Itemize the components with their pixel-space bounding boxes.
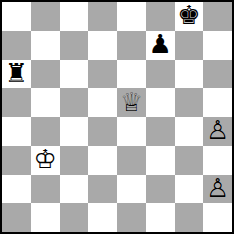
square-a8[interactable]	[2, 2, 31, 31]
square-d2[interactable]	[88, 175, 117, 204]
square-g3[interactable]	[175, 146, 204, 175]
square-h7[interactable]	[203, 31, 232, 60]
square-c3[interactable]	[60, 146, 89, 175]
square-b5[interactable]	[31, 88, 60, 117]
square-b2[interactable]	[31, 175, 60, 204]
square-b7[interactable]	[31, 31, 60, 60]
square-b3[interactable]: ♔	[31, 146, 60, 175]
square-a2[interactable]	[2, 175, 31, 204]
white-king-b3: ♔	[33, 146, 56, 172]
square-e8[interactable]	[117, 2, 146, 31]
square-a7[interactable]	[2, 31, 31, 60]
square-c6[interactable]	[60, 60, 89, 89]
square-e3[interactable]	[117, 146, 146, 175]
square-f7[interactable]: ♟	[146, 31, 175, 60]
square-d8[interactable]	[88, 2, 117, 31]
square-g6[interactable]	[175, 60, 204, 89]
black-king-g8: ♚	[177, 2, 200, 28]
square-b8[interactable]	[31, 2, 60, 31]
square-g2[interactable]	[175, 175, 204, 204]
square-d1[interactable]	[88, 203, 117, 232]
square-c8[interactable]	[60, 2, 89, 31]
square-b1[interactable]	[31, 203, 60, 232]
square-h5[interactable]	[203, 88, 232, 117]
square-e6[interactable]	[117, 60, 146, 89]
square-a3[interactable]	[2, 146, 31, 175]
square-g1[interactable]	[175, 203, 204, 232]
square-a1[interactable]	[2, 203, 31, 232]
square-c1[interactable]	[60, 203, 89, 232]
square-d7[interactable]	[88, 31, 117, 60]
square-g4[interactable]	[175, 117, 204, 146]
square-h2[interactable]: ♙	[203, 175, 232, 204]
square-g5[interactable]	[175, 88, 204, 117]
chess-board: ♚♟♜♕♙♔♙	[0, 0, 234, 234]
square-d5[interactable]	[88, 88, 117, 117]
square-e5[interactable]: ♕	[117, 88, 146, 117]
square-f8[interactable]	[146, 2, 175, 31]
square-f6[interactable]	[146, 60, 175, 89]
square-h6[interactable]	[203, 60, 232, 89]
square-e2[interactable]	[117, 175, 146, 204]
chess-diagram: ♚♟♜♕♙♔♙	[0, 0, 234, 234]
black-pawn-f7: ♟	[148, 31, 171, 57]
white-pawn-h2: ♙	[206, 175, 229, 201]
square-g8[interactable]: ♚	[175, 2, 204, 31]
square-g7[interactable]	[175, 31, 204, 60]
square-h8[interactable]	[203, 2, 232, 31]
square-b4[interactable]	[31, 117, 60, 146]
square-e4[interactable]	[117, 117, 146, 146]
white-queen-e5: ♕	[120, 89, 143, 115]
square-h1[interactable]	[203, 203, 232, 232]
square-d4[interactable]	[88, 117, 117, 146]
square-f1[interactable]	[146, 203, 175, 232]
black-rook-a6: ♜	[5, 60, 28, 86]
square-e7[interactable]	[117, 31, 146, 60]
square-h4[interactable]: ♙	[203, 117, 232, 146]
square-b6[interactable]	[31, 60, 60, 89]
square-d3[interactable]	[88, 146, 117, 175]
square-a6[interactable]: ♜	[2, 60, 31, 89]
square-d6[interactable]	[88, 60, 117, 89]
square-a5[interactable]	[2, 88, 31, 117]
square-f4[interactable]	[146, 117, 175, 146]
square-f2[interactable]	[146, 175, 175, 204]
square-h3[interactable]	[203, 146, 232, 175]
square-e1[interactable]	[117, 203, 146, 232]
square-f5[interactable]	[146, 88, 175, 117]
square-c7[interactable]	[60, 31, 89, 60]
square-a4[interactable]	[2, 117, 31, 146]
square-c5[interactable]	[60, 88, 89, 117]
white-pawn-h4: ♙	[206, 117, 229, 143]
square-c2[interactable]	[60, 175, 89, 204]
square-f3[interactable]	[146, 146, 175, 175]
square-c4[interactable]	[60, 117, 89, 146]
